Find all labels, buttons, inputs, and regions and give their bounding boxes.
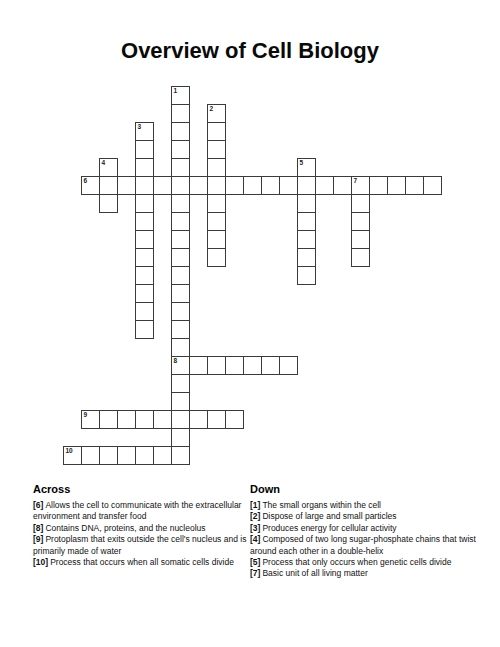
grid-cell[interactable] — [243, 356, 262, 375]
across-clues-section: Across [6]Allows the cell to communicate… — [33, 483, 249, 568]
grid-cell[interactable] — [207, 140, 226, 159]
grid-cell[interactable] — [207, 356, 226, 375]
clue-text: Protoplasm that exits outside the cell's… — [33, 534, 246, 555]
grid-cell[interactable]: 5 — [297, 158, 316, 177]
clue-text: Allows the cell to communicate with the … — [33, 500, 241, 521]
cell-clue-number: 10 — [66, 447, 73, 454]
clue-text: Process that only occurs when genetic ce… — [262, 557, 451, 567]
cell-clue-number: 9 — [84, 411, 88, 418]
grid-cell[interactable] — [225, 356, 244, 375]
grid-cell[interactable] — [135, 248, 154, 267]
across-header: Across — [33, 483, 249, 495]
grid-cell[interactable] — [207, 248, 226, 267]
grid-cell[interactable] — [171, 248, 190, 267]
grid-cell[interactable]: 10 — [63, 446, 82, 465]
grid-cell[interactable] — [135, 176, 154, 195]
grid-cell[interactable] — [207, 158, 226, 177]
clue-across-9: [9]Protoplasm that exits outside the cel… — [33, 534, 249, 557]
grid-cell[interactable] — [135, 410, 154, 429]
grid-cell[interactable] — [171, 392, 190, 411]
grid-cell[interactable] — [297, 266, 316, 285]
clue-down-4: [4]Composed of two long sugar-phosphate … — [250, 534, 476, 557]
cell-clue-number: 4 — [102, 159, 106, 166]
grid-cell[interactable] — [99, 410, 118, 429]
grid-cell[interactable] — [99, 176, 118, 195]
clue-text: Composed of two long sugar-phosphate cha… — [250, 534, 476, 555]
grid-cell[interactable] — [171, 446, 190, 465]
clue-number-label: [2] — [250, 511, 260, 521]
grid-cell[interactable] — [153, 176, 172, 195]
grid-cell[interactable] — [315, 176, 334, 195]
clue-number-label: [9] — [33, 534, 43, 544]
grid-cell[interactable] — [189, 176, 208, 195]
clue-down-2: [2]Dispose of large and small particles — [250, 511, 476, 522]
clue-text: Basic unit of all living matter — [262, 568, 367, 578]
grid-cell[interactable] — [351, 230, 370, 249]
grid-cell[interactable] — [117, 410, 136, 429]
grid-cell[interactable]: 7 — [351, 176, 370, 195]
cell-clue-number: 5 — [300, 159, 304, 166]
grid-cell[interactable] — [189, 356, 208, 375]
grid-cell[interactable] — [153, 446, 172, 465]
clue-down-7: [7]Basic unit of all living matter — [250, 568, 476, 579]
grid-cell[interactable] — [171, 212, 190, 231]
grid-cell[interactable] — [171, 284, 190, 303]
clue-down-3: [3]Produces energy for cellular activity — [250, 523, 476, 534]
grid-cell[interactable] — [171, 176, 190, 195]
grid-cell[interactable] — [207, 230, 226, 249]
clue-text: Dispose of large and small particles — [262, 511, 396, 521]
grid-cell[interactable] — [117, 176, 136, 195]
page-title: Overview of Cell Biology — [0, 38, 500, 64]
grid-cell[interactable] — [135, 284, 154, 303]
grid-cell[interactable] — [135, 302, 154, 321]
grid-cell[interactable] — [351, 194, 370, 213]
clue-number-label: [4] — [250, 534, 260, 544]
grid-cell[interactable]: 8 — [171, 356, 190, 375]
crossword-grid: 18234567910 — [63, 86, 441, 464]
grid-cell[interactable] — [423, 176, 442, 195]
clue-number-label: [6] — [33, 500, 43, 510]
grid-cell[interactable] — [297, 248, 316, 267]
down-clues-section: Down [1]The small organs within the cell… — [250, 483, 476, 580]
clue-across-10: [10]Process that occurs when all somatic… — [33, 557, 249, 568]
grid-cell[interactable] — [153, 410, 172, 429]
grid-cell[interactable]: 9 — [81, 410, 100, 429]
clue-number-label: [10] — [33, 557, 48, 567]
grid-cell[interactable]: 2 — [207, 104, 226, 123]
grid-cell[interactable] — [171, 302, 190, 321]
grid-cell[interactable] — [171, 266, 190, 285]
grid-cell[interactable] — [135, 230, 154, 249]
clue-number-label: [1] — [250, 500, 260, 510]
clue-text: Produces energy for cellular activity — [262, 523, 396, 533]
grid-cell[interactable] — [117, 446, 136, 465]
grid-cell[interactable] — [207, 410, 226, 429]
clue-text: The small organs within the cell — [262, 500, 381, 510]
grid-cell[interactable] — [207, 212, 226, 231]
clue-number-label: [3] — [250, 523, 260, 533]
grid-cell[interactable] — [135, 140, 154, 159]
grid-cell[interactable] — [207, 194, 226, 213]
grid-cell[interactable] — [171, 338, 190, 357]
grid-cell[interactable] — [135, 446, 154, 465]
grid-cell[interactable] — [171, 104, 190, 123]
grid-cell[interactable] — [171, 140, 190, 159]
grid-cell[interactable] — [189, 410, 208, 429]
grid-cell[interactable] — [171, 410, 190, 429]
clue-number-label: [7] — [250, 568, 260, 578]
grid-cell[interactable] — [351, 248, 370, 267]
clue-number-label: [5] — [250, 557, 260, 567]
grid-cell[interactable] — [279, 356, 298, 375]
grid-cell[interactable] — [225, 410, 244, 429]
grid-cell[interactable] — [171, 320, 190, 339]
cell-clue-number: 8 — [174, 357, 178, 364]
clue-down-1: [1]The small organs within the cell — [250, 500, 476, 511]
cell-clue-number: 2 — [210, 105, 214, 112]
grid-cell[interactable] — [99, 194, 118, 213]
grid-cell[interactable] — [207, 176, 226, 195]
grid-cell[interactable] — [99, 446, 118, 465]
clue-down-5: [5]Process that only occurs when genetic… — [250, 557, 476, 568]
cell-clue-number: 7 — [354, 177, 358, 184]
clue-number-label: [8] — [33, 523, 43, 533]
grid-cell[interactable] — [207, 122, 226, 141]
grid-cell[interactable] — [297, 230, 316, 249]
grid-cell[interactable] — [261, 356, 280, 375]
grid-cell[interactable] — [225, 176, 244, 195]
down-header: Down — [250, 483, 476, 495]
grid-cell[interactable] — [171, 374, 190, 393]
cell-clue-number: 6 — [84, 177, 88, 184]
grid-cell[interactable] — [135, 158, 154, 177]
grid-cell[interactable] — [333, 176, 352, 195]
grid-cell[interactable]: 4 — [99, 158, 118, 177]
grid-cell[interactable] — [81, 446, 100, 465]
grid-cell[interactable] — [297, 212, 316, 231]
grid-cell[interactable] — [351, 212, 370, 231]
grid-cell[interactable] — [243, 176, 262, 195]
grid-cell[interactable] — [171, 122, 190, 141]
grid-cell[interactable] — [171, 194, 190, 213]
grid-cell[interactable] — [135, 194, 154, 213]
grid-cell[interactable] — [135, 320, 154, 339]
grid-cell[interactable] — [171, 158, 190, 177]
grid-cell[interactable] — [135, 212, 154, 231]
grid-cell[interactable] — [297, 194, 316, 213]
clue-across-6: [6]Allows the cell to communicate with t… — [33, 500, 249, 523]
grid-cell[interactable] — [297, 176, 316, 195]
grid-cell[interactable] — [171, 230, 190, 249]
grid-cell[interactable]: 6 — [81, 176, 100, 195]
cell-clue-number: 3 — [138, 123, 142, 130]
grid-cell[interactable] — [279, 176, 298, 195]
grid-cell[interactable] — [261, 176, 280, 195]
grid-cell[interactable]: 3 — [135, 122, 154, 141]
grid-cell[interactable]: 1 — [171, 86, 190, 105]
clue-text: Contains DNA, proteins, and the nucleolu… — [45, 523, 205, 533]
clue-across-8: [8]Contains DNA, proteins, and the nucle… — [33, 523, 249, 534]
cell-clue-number: 1 — [174, 87, 178, 94]
grid-cell[interactable] — [369, 176, 388, 195]
clue-text: Process that occurs when all somatic cel… — [50, 557, 234, 567]
grid-cell[interactable] — [405, 176, 424, 195]
grid-cell[interactable] — [135, 266, 154, 285]
grid-cell[interactable] — [171, 428, 190, 447]
grid-cell[interactable] — [387, 176, 406, 195]
